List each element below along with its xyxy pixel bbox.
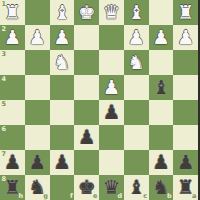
square-f4[interactable] [50, 75, 75, 100]
square-e6[interactable]: ♟ [74, 125, 99, 150]
rank-label-4: 4 [2, 76, 7, 83]
piece-black-rook-a8[interactable]: ♜ [177, 177, 194, 197]
square-a2[interactable]: ♟ [173, 25, 198, 50]
piece-white-bishop-f1[interactable]: ♝ [53, 2, 70, 22]
square-a4[interactable] [173, 75, 198, 100]
square-g7[interactable]: ♟ [25, 150, 50, 175]
square-b4[interactable]: ♝ [149, 75, 174, 100]
square-f1[interactable]: ♝ [50, 0, 75, 25]
piece-white-king-e1[interactable]: ♚ [78, 2, 95, 22]
square-f6[interactable] [50, 125, 75, 150]
square-d1[interactable]: ♛ [99, 0, 124, 25]
square-a3[interactable] [173, 50, 198, 75]
square-e5[interactable] [74, 100, 99, 125]
square-c8[interactable]: c♝ [124, 175, 149, 200]
square-e8[interactable]: e♚ [74, 175, 99, 200]
square-f2[interactable]: ♟ [50, 25, 75, 50]
piece-white-pawn-f2[interactable]: ♟ [53, 27, 70, 47]
rank-label-5: 5 [2, 101, 7, 108]
piece-black-bishop-c8[interactable]: ♝ [127, 177, 144, 197]
piece-white-pawn-d4[interactable]: ♟ [103, 77, 120, 97]
piece-white-pawn-c2[interactable]: ♟ [127, 27, 144, 47]
square-h4[interactable]: 4 [0, 75, 25, 100]
square-e2[interactable] [74, 25, 99, 50]
square-g4[interactable] [25, 75, 50, 100]
square-h3[interactable]: 3 [0, 50, 25, 75]
rank-label-6: 6 [2, 126, 7, 133]
square-a6[interactable] [173, 125, 198, 150]
square-e4[interactable] [74, 75, 99, 100]
piece-black-pawn-h7[interactable]: ♟ [4, 152, 21, 172]
square-f3[interactable]: ♞ [50, 50, 75, 75]
square-b1[interactable] [149, 0, 174, 25]
square-a7[interactable]: ♟ [173, 150, 198, 175]
square-f8[interactable]: f [50, 175, 75, 200]
file-label-f: f [70, 193, 73, 200]
chess-board[interactable]: 1♜♝♚♛♝♜2♟♟♟♟♟♟3♞♞4♟♝5♟6♟7♟♟♟♟♟8h♜g♞fe♚d♛… [0, 0, 198, 200]
square-g8[interactable]: g♞ [25, 175, 50, 200]
square-d3[interactable] [99, 50, 124, 75]
square-a1[interactable]: ♜ [173, 0, 198, 25]
square-c1[interactable]: ♝ [124, 0, 149, 25]
square-d8[interactable]: d♛ [99, 175, 124, 200]
piece-white-rook-h1[interactable]: ♜ [4, 2, 21, 22]
square-h1[interactable]: 1♜ [0, 0, 25, 25]
square-c5[interactable] [124, 100, 149, 125]
square-d6[interactable] [99, 125, 124, 150]
square-b6[interactable] [149, 125, 174, 150]
square-e7[interactable] [74, 150, 99, 175]
square-f7[interactable]: ♟ [50, 150, 75, 175]
piece-black-pawn-e6[interactable]: ♟ [78, 127, 95, 147]
piece-white-knight-f3[interactable]: ♞ [53, 52, 70, 72]
square-h6[interactable]: 6 [0, 125, 25, 150]
piece-black-pawn-g7[interactable]: ♟ [28, 152, 45, 172]
piece-black-pawn-a7[interactable]: ♟ [177, 152, 194, 172]
square-d5[interactable]: ♟ [99, 100, 124, 125]
square-b5[interactable] [149, 100, 174, 125]
piece-black-queen-d8[interactable]: ♛ [103, 177, 120, 197]
piece-black-rook-h8[interactable]: ♜ [4, 177, 21, 197]
square-h5[interactable]: 5 [0, 100, 25, 125]
square-g6[interactable] [25, 125, 50, 150]
square-h7[interactable]: 7♟ [0, 150, 25, 175]
piece-white-pawn-b2[interactable]: ♟ [152, 27, 169, 47]
piece-white-pawn-a2[interactable]: ♟ [177, 27, 194, 47]
rank-label-3: 3 [2, 51, 7, 58]
piece-white-bishop-c1[interactable]: ♝ [127, 2, 144, 22]
square-e3[interactable] [74, 50, 99, 75]
square-c2[interactable]: ♟ [124, 25, 149, 50]
piece-white-pawn-g2[interactable]: ♟ [28, 27, 45, 47]
square-c4[interactable] [124, 75, 149, 100]
square-d7[interactable] [99, 150, 124, 175]
square-b2[interactable]: ♟ [149, 25, 174, 50]
square-g5[interactable] [25, 100, 50, 125]
piece-black-bishop-b4[interactable]: ♝ [152, 77, 169, 97]
piece-white-rook-a1[interactable]: ♜ [177, 2, 194, 22]
piece-black-knight-g8[interactable]: ♞ [28, 177, 45, 197]
square-b3[interactable] [149, 50, 174, 75]
square-a5[interactable] [173, 100, 198, 125]
square-f5[interactable] [50, 100, 75, 125]
square-h2[interactable]: 2♟ [0, 25, 25, 50]
square-c7[interactable] [124, 150, 149, 175]
piece-white-knight-c3[interactable]: ♞ [127, 52, 144, 72]
square-d2[interactable] [99, 25, 124, 50]
square-g2[interactable]: ♟ [25, 25, 50, 50]
square-d4[interactable]: ♟ [99, 75, 124, 100]
piece-black-knight-b8[interactable]: ♞ [152, 177, 169, 197]
piece-white-queen-d1[interactable]: ♛ [103, 2, 120, 22]
square-e1[interactable]: ♚ [74, 0, 99, 25]
square-c6[interactable] [124, 125, 149, 150]
square-h8[interactable]: 8h♜ [0, 175, 25, 200]
piece-black-pawn-d5[interactable]: ♟ [103, 102, 120, 122]
piece-black-king-e8[interactable]: ♚ [78, 177, 95, 197]
square-g3[interactable] [25, 50, 50, 75]
square-b8[interactable]: b♞ [149, 175, 174, 200]
piece-black-pawn-b7[interactable]: ♟ [152, 152, 169, 172]
square-g1[interactable] [25, 0, 50, 25]
square-a8[interactable]: a♜ [173, 175, 198, 200]
square-c3[interactable]: ♞ [124, 50, 149, 75]
piece-white-pawn-h2[interactable]: ♟ [4, 27, 21, 47]
piece-black-pawn-f7[interactable]: ♟ [53, 152, 70, 172]
square-b7[interactable]: ♟ [149, 150, 174, 175]
side-panel-edge [198, 0, 200, 200]
